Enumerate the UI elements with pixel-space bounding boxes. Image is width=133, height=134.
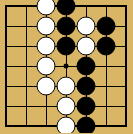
intersection[interactable] (96, 16, 116, 36)
black-stone (77, 57, 96, 76)
intersection[interactable] (76, 0, 96, 16)
intersection[interactable] (116, 16, 133, 36)
black-stone (97, 37, 116, 56)
intersection[interactable] (96, 96, 116, 116)
intersection[interactable] (0, 96, 16, 116)
intersection[interactable] (36, 116, 56, 133)
intersection[interactable] (56, 56, 76, 76)
intersection[interactable] (36, 16, 56, 36)
intersection[interactable] (116, 76, 133, 96)
white-stone (37, 0, 56, 16)
intersection[interactable] (16, 0, 36, 16)
white-stone (37, 77, 56, 96)
intersection[interactable] (76, 56, 96, 76)
intersection[interactable] (36, 36, 56, 56)
intersection[interactable] (56, 76, 76, 96)
intersection[interactable] (96, 76, 116, 96)
intersection[interactable] (96, 0, 116, 16)
black-stone (77, 97, 96, 116)
intersection[interactable] (16, 56, 36, 76)
white-stone (57, 77, 76, 96)
intersection[interactable] (16, 76, 36, 96)
white-stone (57, 97, 76, 116)
black-stone (57, 37, 76, 56)
white-stone (37, 17, 56, 36)
intersection[interactable] (96, 56, 116, 76)
go-board (0, 0, 133, 133)
white-stone (37, 57, 56, 76)
white-stone (57, 117, 76, 134)
black-stone (77, 117, 96, 134)
black-stone (57, 0, 76, 16)
intersection[interactable] (56, 96, 76, 116)
intersection[interactable] (76, 76, 96, 96)
intersection[interactable] (16, 96, 36, 116)
intersection[interactable] (0, 36, 16, 56)
intersection[interactable] (36, 76, 56, 96)
intersection[interactable] (76, 116, 96, 133)
intersection[interactable] (116, 96, 133, 116)
black-stone (77, 77, 96, 96)
intersection[interactable] (0, 116, 16, 133)
intersection[interactable] (56, 36, 76, 56)
intersection[interactable] (116, 56, 133, 76)
intersection[interactable] (16, 116, 36, 133)
intersection[interactable] (16, 36, 36, 56)
intersection[interactable] (36, 0, 56, 16)
intersection[interactable] (0, 0, 16, 16)
intersection[interactable] (36, 56, 56, 76)
intersection[interactable] (0, 56, 16, 76)
intersection[interactable] (116, 36, 133, 56)
black-stone (97, 17, 116, 36)
white-stone (77, 17, 96, 36)
intersection[interactable] (76, 96, 96, 116)
intersection[interactable] (56, 116, 76, 133)
intersection[interactable] (76, 16, 96, 36)
intersection[interactable] (0, 76, 16, 96)
intersection[interactable] (0, 16, 16, 36)
intersection[interactable] (56, 16, 76, 36)
intersection[interactable] (116, 116, 133, 133)
white-stone (77, 37, 96, 56)
intersection[interactable] (116, 0, 133, 16)
intersection[interactable] (96, 36, 116, 56)
intersection[interactable] (76, 36, 96, 56)
black-stone (57, 17, 76, 36)
intersection[interactable] (56, 0, 76, 16)
intersection[interactable] (96, 116, 116, 133)
white-stone (37, 37, 56, 56)
intersection[interactable] (36, 96, 56, 116)
intersection[interactable] (16, 16, 36, 36)
